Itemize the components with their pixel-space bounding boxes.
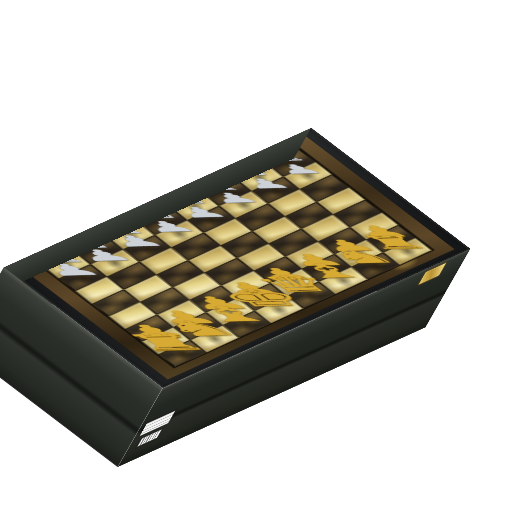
perspective-wrapper: ♜♟︎♟︎♜♞♟︎♟︎♞♝♟︎♟︎♝♛♟︎♟︎♛♚♟︎♟︎♚♝♟︎♟︎♝♞♟︎♟… <box>0 0 520 520</box>
board-square-r4c6[interactable] <box>254 256 303 283</box>
board-square-r8c2[interactable] <box>59 264 108 291</box>
piece-shadow <box>168 344 197 362</box>
board-square-r5c8[interactable] <box>255 296 304 323</box>
board-square-r6c6[interactable] <box>189 285 238 312</box>
piece-shadow <box>248 288 277 306</box>
board-square-r5c6[interactable] <box>221 271 270 298</box>
piece-shadow <box>216 302 245 320</box>
gold-pawn-glyph: ♟︎ <box>164 293 272 312</box>
gold-pawn-glyph: ♟︎ <box>130 307 241 327</box>
board-square-r2c8[interactable] <box>351 252 400 279</box>
board-square-r6c8[interactable] <box>223 310 272 337</box>
board-square-r7c4[interactable] <box>124 275 173 302</box>
gold-king-glyph: ♚ <box>204 285 321 310</box>
board-square-r7c8[interactable] <box>190 325 239 352</box>
board-square-r7c6[interactable] <box>157 300 206 327</box>
board-square-r4c7[interactable] <box>270 269 319 296</box>
piece-shadow <box>264 300 293 318</box>
gold-queen-glyph: ♛ <box>239 272 352 296</box>
board-square-r8c8[interactable] <box>158 340 207 367</box>
board-square-r3c8[interactable] <box>319 267 368 294</box>
wooden-case: ♜♟︎♟︎♜♞♟︎♟︎♞♝♟︎♟︎♝♛♟︎♟︎♛♚♟︎♟︎♚♝♟︎♟︎♝♞♟︎♟… <box>4 128 470 388</box>
gold-rook-glyph: ♜ <box>105 330 228 355</box>
piece-shadow <box>151 331 180 349</box>
board-square-r8c4[interactable] <box>92 289 141 316</box>
board-square-r6c4[interactable] <box>156 260 205 287</box>
piece-shadow <box>329 271 358 289</box>
board-square-r3c7[interactable] <box>302 254 351 281</box>
gold-pawn-glyph: ♟︎ <box>198 279 303 298</box>
board-square-r8c7[interactable] <box>142 327 191 354</box>
board-square-r8c6[interactable] <box>125 314 174 341</box>
piece-shadow <box>183 317 212 335</box>
piece-shadow <box>312 259 341 277</box>
gold-pawn-glyph: ♟︎ <box>96 322 210 342</box>
piece-shadow <box>280 273 309 291</box>
board-square-r5c7[interactable] <box>238 283 287 310</box>
chess-set-photo: ♜♟︎♟︎♜♞♟︎♟︎♞♝♟︎♟︎♝♛♟︎♟︎♛♚♟︎♟︎♚♝♟︎♟︎♝♞♟︎♟… <box>0 0 520 520</box>
board-square-r8c3[interactable] <box>75 277 124 304</box>
board-square-r5c5[interactable] <box>205 258 254 285</box>
board-square-r7c3[interactable] <box>107 262 156 289</box>
board-square-r7c7[interactable] <box>174 312 223 339</box>
board-square-r7c5[interactable] <box>141 287 190 314</box>
board-square-r6c7[interactable] <box>206 298 255 325</box>
piece-shadow <box>200 329 229 347</box>
board-square-r4c8[interactable] <box>287 281 336 308</box>
piece-shadow <box>68 268 97 286</box>
board-square-r6c5[interactable] <box>173 273 222 300</box>
piece-shadow <box>232 315 261 333</box>
gold-knight-glyph: ♞ <box>140 317 258 340</box>
piece-shadow <box>297 286 326 304</box>
gold-bishop-glyph: ♝ <box>173 302 289 325</box>
gold-bishop-glyph: ♝ <box>276 260 383 281</box>
gold-pawn-glyph: ♟︎ <box>232 265 334 283</box>
board-square-r8c5[interactable] <box>108 302 157 329</box>
piece-shadow <box>361 257 390 275</box>
